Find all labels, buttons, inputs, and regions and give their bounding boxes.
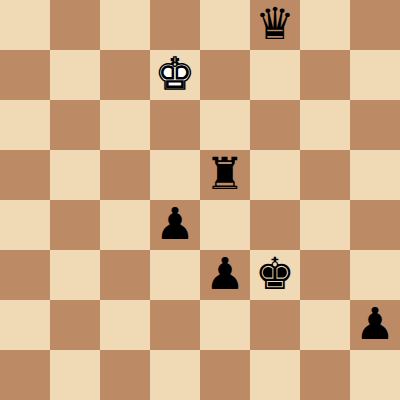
- square-a3[interactable]: [0, 250, 50, 300]
- square-g7[interactable]: [300, 50, 350, 100]
- square-e6[interactable]: [200, 100, 250, 150]
- square-c8[interactable]: [100, 0, 150, 50]
- white-king[interactable]: ♚: [155, 49, 194, 99]
- square-d3[interactable]: [150, 250, 200, 300]
- square-d1[interactable]: [150, 350, 200, 400]
- square-d4[interactable]: ♟: [150, 200, 200, 250]
- square-a7[interactable]: [0, 50, 50, 100]
- square-g5[interactable]: [300, 150, 350, 200]
- black-queen[interactable]: ♛: [255, 0, 294, 49]
- chess-board: ♛♚♜♟♟♚♟: [0, 0, 400, 400]
- square-a1[interactable]: [0, 350, 50, 400]
- square-e2[interactable]: [200, 300, 250, 350]
- square-f5[interactable]: [250, 150, 300, 200]
- square-d7[interactable]: ♚: [150, 50, 200, 100]
- square-c3[interactable]: [100, 250, 150, 300]
- square-h2[interactable]: ♟: [350, 300, 400, 350]
- square-g8[interactable]: [300, 0, 350, 50]
- black-pawn[interactable]: ♟: [205, 249, 244, 299]
- square-c7[interactable]: [100, 50, 150, 100]
- square-h7[interactable]: [350, 50, 400, 100]
- square-c2[interactable]: [100, 300, 150, 350]
- square-f2[interactable]: [250, 300, 300, 350]
- square-g4[interactable]: [300, 200, 350, 250]
- square-d8[interactable]: [150, 0, 200, 50]
- square-e5[interactable]: ♜: [200, 150, 250, 200]
- square-f6[interactable]: [250, 100, 300, 150]
- square-b8[interactable]: [50, 0, 100, 50]
- black-pawn[interactable]: ♟: [355, 299, 394, 349]
- square-h5[interactable]: [350, 150, 400, 200]
- square-g3[interactable]: [300, 250, 350, 300]
- square-b4[interactable]: [50, 200, 100, 250]
- square-d2[interactable]: [150, 300, 200, 350]
- square-h6[interactable]: [350, 100, 400, 150]
- square-b3[interactable]: [50, 250, 100, 300]
- square-a5[interactable]: [0, 150, 50, 200]
- square-d6[interactable]: [150, 100, 200, 150]
- square-f4[interactable]: [250, 200, 300, 250]
- square-f1[interactable]: [250, 350, 300, 400]
- black-king[interactable]: ♚: [255, 249, 294, 299]
- square-h8[interactable]: [350, 0, 400, 50]
- square-e8[interactable]: [200, 0, 250, 50]
- square-g6[interactable]: [300, 100, 350, 150]
- black-rook[interactable]: ♜: [205, 149, 244, 199]
- square-h4[interactable]: [350, 200, 400, 250]
- square-e4[interactable]: [200, 200, 250, 250]
- square-f7[interactable]: [250, 50, 300, 100]
- square-b1[interactable]: [50, 350, 100, 400]
- square-a8[interactable]: [0, 0, 50, 50]
- black-pawn[interactable]: ♟: [155, 199, 194, 249]
- square-f8[interactable]: ♛: [250, 0, 300, 50]
- square-b7[interactable]: [50, 50, 100, 100]
- square-b2[interactable]: [50, 300, 100, 350]
- square-e3[interactable]: ♟: [200, 250, 250, 300]
- square-h1[interactable]: [350, 350, 400, 400]
- square-h3[interactable]: [350, 250, 400, 300]
- square-a6[interactable]: [0, 100, 50, 150]
- square-a2[interactable]: [0, 300, 50, 350]
- square-b5[interactable]: [50, 150, 100, 200]
- square-e7[interactable]: [200, 50, 250, 100]
- square-c1[interactable]: [100, 350, 150, 400]
- square-c5[interactable]: [100, 150, 150, 200]
- square-f3[interactable]: ♚: [250, 250, 300, 300]
- square-c4[interactable]: [100, 200, 150, 250]
- square-e1[interactable]: [200, 350, 250, 400]
- square-g1[interactable]: [300, 350, 350, 400]
- square-b6[interactable]: [50, 100, 100, 150]
- square-d5[interactable]: [150, 150, 200, 200]
- square-a4[interactable]: [0, 200, 50, 250]
- square-g2[interactable]: [300, 300, 350, 350]
- square-c6[interactable]: [100, 100, 150, 150]
